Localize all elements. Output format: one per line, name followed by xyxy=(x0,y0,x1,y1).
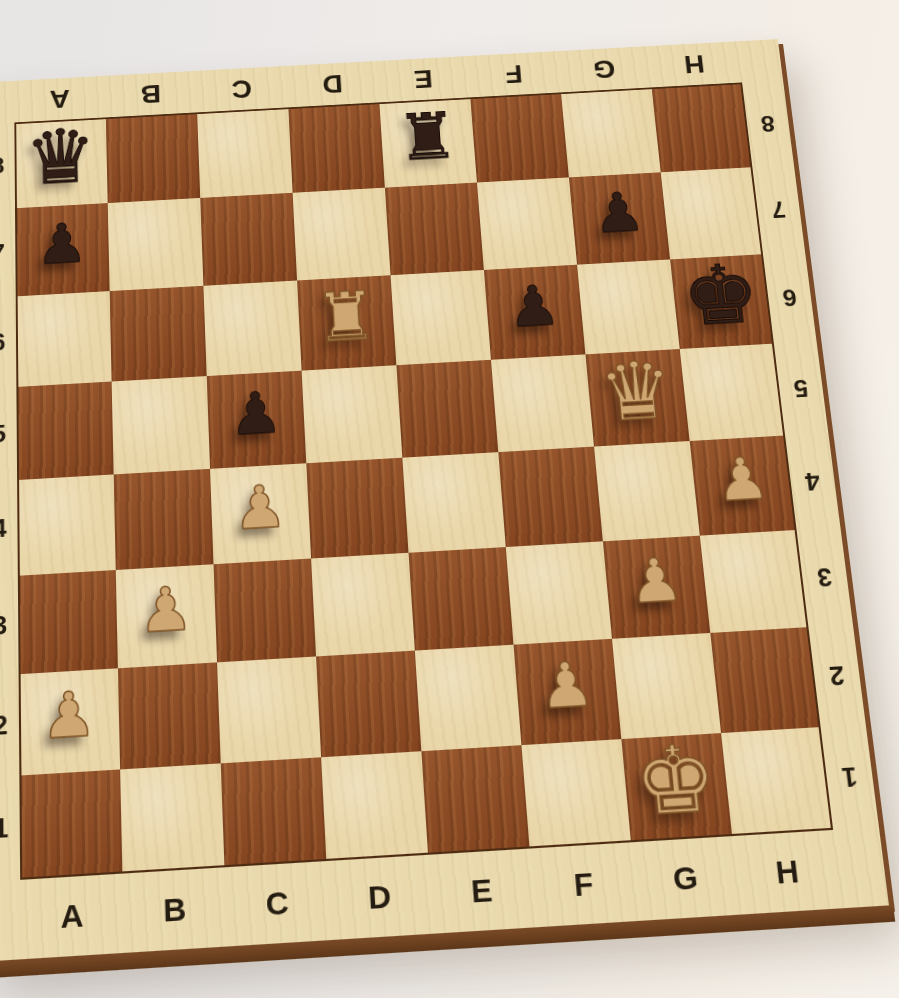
white-pawn-a2[interactable]: ♟ xyxy=(41,681,97,747)
square-a2[interactable]: ♟ xyxy=(19,668,121,775)
square-h4[interactable]: ♟ xyxy=(690,435,797,535)
black-pawn-f6[interactable]: ♟ xyxy=(505,276,562,334)
file-label-bottom-a: A xyxy=(20,874,124,960)
square-f1[interactable] xyxy=(521,739,631,848)
square-b3[interactable]: ♟ xyxy=(116,564,217,668)
file-label-top-f: F xyxy=(467,51,561,97)
square-a8[interactable]: ♛ xyxy=(14,117,107,208)
square-e6[interactable] xyxy=(391,270,491,365)
rank-label-left-1: 1 xyxy=(0,776,20,883)
square-b6[interactable] xyxy=(110,286,207,382)
square-a5[interactable] xyxy=(16,381,113,480)
square-d7[interactable] xyxy=(293,188,391,281)
square-h5[interactable] xyxy=(680,344,785,441)
file-label-top-c: C xyxy=(196,66,289,112)
square-c1[interactable] xyxy=(221,757,327,867)
square-g6[interactable] xyxy=(577,259,680,354)
square-e7[interactable] xyxy=(385,183,484,276)
square-e4[interactable] xyxy=(402,452,505,553)
square-c7[interactable] xyxy=(200,193,297,286)
square-f4[interactable] xyxy=(498,447,603,547)
square-f6[interactable]: ♟ xyxy=(484,265,586,360)
rank-label-left-8: 8 xyxy=(0,122,15,210)
square-h1[interactable] xyxy=(721,727,833,836)
file-label-top-e: E xyxy=(377,56,471,102)
square-c5[interactable]: ♟ xyxy=(207,371,307,469)
square-c8[interactable] xyxy=(197,107,292,198)
black-king-h6[interactable]: ♚ xyxy=(679,252,764,337)
rank-label-left-3: 3 xyxy=(0,576,19,677)
square-f8[interactable] xyxy=(470,92,569,182)
rank-label-left-7: 7 xyxy=(0,208,16,298)
file-label-top-d: D xyxy=(286,61,379,107)
square-f2[interactable]: ♟ xyxy=(513,639,621,745)
square-d5[interactable] xyxy=(302,365,403,463)
rank-label-left-4: 4 xyxy=(0,480,18,578)
file-label-bottom-h: H xyxy=(732,830,843,915)
square-b5[interactable] xyxy=(112,376,210,474)
square-h3[interactable] xyxy=(700,530,809,633)
square-c2[interactable] xyxy=(217,656,321,763)
square-f7[interactable] xyxy=(477,177,577,270)
chess-board: AABBCCDDEEFFGGHH8877665544332211♛♜♟♟♜♟♚♟… xyxy=(0,39,889,962)
square-d6[interactable]: ♜ xyxy=(297,275,396,370)
file-label-bottom-b: B xyxy=(122,867,227,953)
square-b1[interactable] xyxy=(120,763,224,873)
square-c3[interactable] xyxy=(214,558,317,662)
square-g3[interactable]: ♟ xyxy=(603,536,710,639)
black-pawn-c5[interactable]: ♟ xyxy=(228,383,283,443)
file-label-top-g: G xyxy=(557,46,651,92)
square-g8[interactable] xyxy=(561,87,661,177)
square-f5[interactable] xyxy=(491,354,594,452)
square-e8[interactable]: ♜ xyxy=(379,97,477,187)
file-label-bottom-f: F xyxy=(530,842,639,927)
square-e1[interactable] xyxy=(421,745,529,855)
file-label-bottom-c: C xyxy=(224,861,330,946)
square-b7[interactable] xyxy=(108,198,204,291)
file-label-bottom-g: G xyxy=(631,836,741,921)
square-a6[interactable] xyxy=(16,291,112,387)
square-g7[interactable]: ♟ xyxy=(569,172,670,264)
square-h2[interactable] xyxy=(710,627,820,733)
black-pawn-g7[interactable]: ♟ xyxy=(590,184,647,241)
square-d8[interactable] xyxy=(288,102,385,192)
white-pawn-h4[interactable]: ♟ xyxy=(712,448,772,509)
white-king-g1[interactable]: ♚ xyxy=(630,731,721,829)
file-label-bottom-e: E xyxy=(428,849,536,934)
square-b4[interactable] xyxy=(114,469,214,570)
white-rook-d6[interactable]: ♜ xyxy=(313,281,379,351)
square-a7[interactable]: ♟ xyxy=(15,203,110,296)
white-pawn-b3[interactable]: ♟ xyxy=(138,577,194,641)
square-c6[interactable] xyxy=(203,280,301,376)
file-label-bottom-d: D xyxy=(326,855,433,940)
square-d4[interactable] xyxy=(306,458,408,559)
square-h8[interactable] xyxy=(652,82,753,172)
square-d3[interactable] xyxy=(311,553,415,657)
black-queen-a8[interactable]: ♛ xyxy=(25,118,98,196)
square-d1[interactable] xyxy=(321,751,428,861)
white-pawn-c4[interactable]: ♟ xyxy=(232,476,288,538)
square-b8[interactable] xyxy=(106,112,200,203)
square-e2[interactable] xyxy=(415,645,522,752)
square-a4[interactable] xyxy=(17,474,116,575)
square-d2[interactable] xyxy=(316,651,421,758)
rank-label-left-6: 6 xyxy=(0,296,16,389)
white-pawn-f2[interactable]: ♟ xyxy=(536,652,596,717)
file-label-top-b: B xyxy=(105,71,197,118)
square-e3[interactable] xyxy=(409,547,514,651)
black-pawn-a7[interactable]: ♟ xyxy=(36,215,89,272)
white-pawn-g3[interactable]: ♟ xyxy=(626,548,686,611)
square-g5[interactable]: ♛ xyxy=(585,349,689,447)
white-queen-g5[interactable]: ♛ xyxy=(596,349,678,433)
square-a3[interactable] xyxy=(18,570,118,674)
square-b2[interactable] xyxy=(118,662,221,769)
square-f3[interactable] xyxy=(506,541,612,644)
rank-label-left-5: 5 xyxy=(0,387,17,482)
rank-label-left-2: 2 xyxy=(0,674,19,778)
square-g4[interactable] xyxy=(594,441,700,541)
square-g1[interactable]: ♚ xyxy=(621,733,732,842)
board-scene: AABBCCDDEEFFGGHH8877665544332211♛♜♟♟♜♟♚♟… xyxy=(0,39,889,962)
square-a1[interactable] xyxy=(19,769,122,879)
black-rook-e8[interactable]: ♜ xyxy=(395,103,460,169)
square-c4[interactable]: ♟ xyxy=(210,463,311,564)
file-label-top-h: H xyxy=(647,41,742,87)
square-e5[interactable] xyxy=(396,360,498,458)
square-h6[interactable]: ♚ xyxy=(670,254,774,349)
